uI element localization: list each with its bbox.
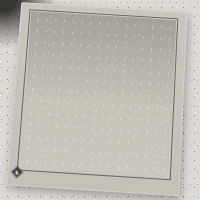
knight-icon: ♞ [14,169,20,175]
playing-area [19,11,176,178]
chess-board: ♞ [6,2,187,196]
